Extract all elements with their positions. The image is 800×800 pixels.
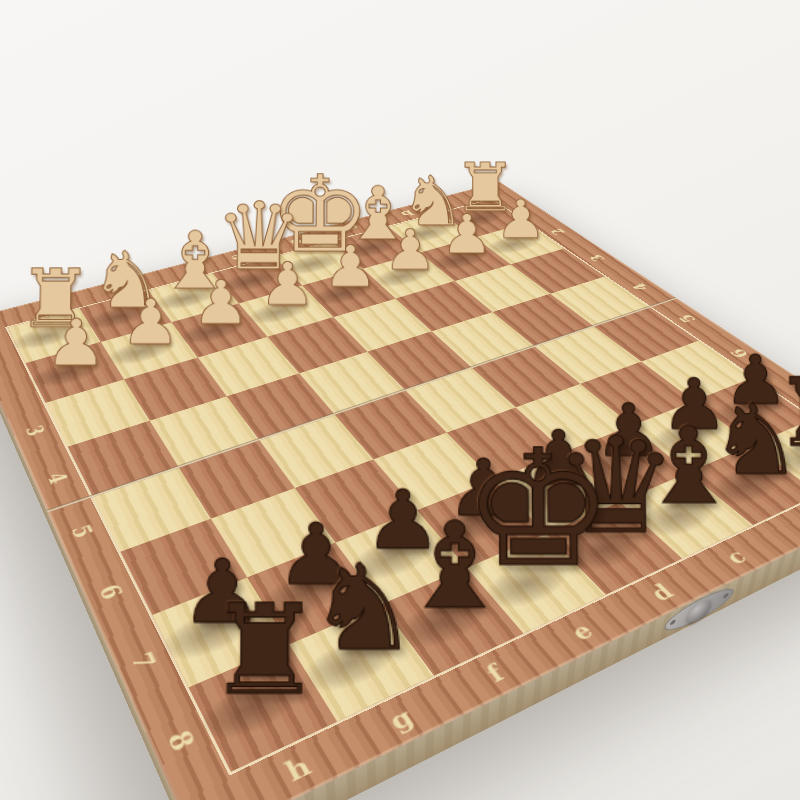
black-rook: ♜ [206,589,324,713]
white-pawn: ♟ [120,291,181,354]
chess-board: edcb hgfedc 345678 23456 ♜♞♝♛♚♝♞♜♟♟♟♟♟♟♟… [0,182,800,800]
white-pawn: ♟ [441,207,493,262]
white-pawn: ♟ [45,311,108,376]
photo-background: edcb hgfedc 345678 23456 ♜♞♝♛♚♝♞♜♟♟♟♟♟♟♟… [0,0,800,800]
white-pawn: ♟ [192,272,251,333]
white-pawn: ♟ [323,238,378,295]
square-b5 [534,326,641,384]
square-g2: ♟ [101,322,198,379]
white-pawn: ♟ [383,222,437,278]
white-pawn: ♟ [259,255,316,314]
white-pawn: ♟ [495,193,546,246]
black-knight: ♞ [307,549,420,668]
